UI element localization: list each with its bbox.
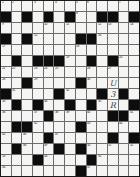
clue-number: 22 — [12, 67, 15, 69]
white-cell[interactable] — [65, 133, 75, 143]
white-cell[interactable] — [33, 144, 43, 154]
clue-number: 42 — [34, 122, 37, 124]
black-cell — [108, 111, 118, 121]
pencil-letter: U — [108, 79, 118, 88]
white-cell[interactable] — [119, 45, 129, 55]
white-cell[interactable] — [65, 78, 75, 88]
white-cell[interactable]: 41 — [129, 111, 139, 121]
clue-number: 56 — [2, 166, 5, 168]
white-cell[interactable]: 31 — [12, 89, 22, 99]
white-cell[interactable]: 24 — [44, 67, 54, 77]
clue-number: 37 — [34, 111, 37, 113]
clue-number: 38 — [55, 111, 58, 113]
white-cell[interactable] — [12, 78, 22, 88]
clue-number: 31 — [12, 89, 15, 91]
black-cell — [129, 12, 139, 22]
white-cell[interactable] — [129, 122, 139, 132]
crossword-puzzle: 1234567891011121314151617181920212223242… — [0, 0, 140, 177]
white-cell[interactable] — [54, 166, 64, 176]
white-cell[interactable]: 4 — [54, 1, 64, 11]
white-cell[interactable] — [22, 166, 32, 176]
clue-number: 23 — [34, 67, 37, 69]
clue-number: 20 — [119, 56, 122, 58]
clue-number: 32 — [66, 89, 69, 91]
white-cell[interactable] — [108, 155, 118, 165]
black-cell — [87, 100, 97, 110]
black-cell — [33, 155, 43, 165]
clue-number: 43 — [87, 122, 90, 124]
clue-number: 40 — [87, 111, 90, 113]
white-cell[interactable]: 25 — [54, 67, 64, 77]
white-cell[interactable] — [97, 78, 107, 88]
white-cell[interactable] — [76, 111, 86, 121]
clue-number: 7 — [119, 1, 121, 3]
white-cell[interactable] — [22, 89, 32, 99]
white-cell[interactable] — [33, 166, 43, 176]
white-cell[interactable]: 57 — [87, 166, 97, 176]
pencil-letter: 3 — [108, 90, 118, 99]
white-cell[interactable] — [33, 89, 43, 99]
white-cell[interactable]: 50 — [87, 144, 97, 154]
white-cell[interactable]: 1 — [1, 1, 11, 11]
white-cell[interactable]: 56 — [1, 166, 11, 176]
clue-number: 33 — [2, 100, 5, 102]
clue-number: 46 — [23, 133, 26, 135]
white-cell[interactable]: 12 — [97, 23, 107, 33]
clue-number: 13 — [108, 23, 111, 25]
black-cell — [22, 12, 32, 22]
white-cell[interactable]: 47 — [54, 133, 64, 143]
white-cell[interactable]: 32 — [65, 89, 75, 99]
white-cell[interactable] — [33, 12, 43, 22]
black-cell — [76, 122, 86, 132]
black-cell — [108, 12, 118, 22]
black-cell — [22, 122, 32, 132]
white-cell[interactable] — [54, 122, 64, 132]
white-cell[interactable]: 43 — [87, 122, 97, 132]
black-cell — [108, 133, 118, 143]
clue-number: 21 — [2, 67, 5, 69]
white-cell[interactable] — [108, 1, 118, 11]
clue-number: 49 — [44, 144, 47, 146]
clue-number: 50 — [87, 144, 90, 146]
white-cell[interactable] — [65, 34, 75, 44]
white-cell[interactable] — [44, 78, 54, 88]
white-cell[interactable] — [65, 45, 75, 55]
black-cell — [22, 34, 32, 44]
black-cell — [76, 144, 86, 154]
white-cell[interactable]: 3 — [33, 1, 43, 11]
clue-number: 26 — [87, 67, 90, 69]
white-cell[interactable]: 16 — [97, 34, 107, 44]
white-cell[interactable]: 42 — [33, 122, 43, 132]
white-cell[interactable] — [33, 23, 43, 33]
white-cell[interactable]: 53 — [1, 155, 11, 165]
white-cell[interactable]: 34 — [44, 100, 54, 110]
black-cell — [97, 89, 107, 99]
clue-number: 10 — [44, 23, 47, 25]
clue-number: 34 — [44, 100, 47, 102]
clue-number: 45 — [2, 133, 5, 135]
white-cell[interactable] — [76, 23, 86, 33]
clue-number: 35 — [98, 100, 101, 102]
white-cell[interactable] — [97, 122, 107, 132]
black-cell — [119, 89, 129, 99]
white-cell[interactable]: 15 — [33, 34, 43, 44]
white-cell[interactable] — [22, 155, 32, 165]
white-cell[interactable] — [44, 34, 54, 44]
white-cell[interactable] — [65, 122, 75, 132]
white-cell[interactable] — [119, 166, 129, 176]
clue-number: 18 — [76, 45, 79, 47]
white-cell[interactable] — [87, 133, 97, 143]
white-cell[interactable] — [97, 56, 107, 66]
white-cell[interactable] — [12, 23, 22, 33]
white-cell[interactable]: 23 — [33, 67, 43, 77]
white-cell[interactable] — [12, 45, 22, 55]
clue-number: 8 — [76, 12, 78, 14]
clue-number: 39 — [66, 111, 69, 113]
clue-number: 14 — [130, 23, 133, 25]
white-cell[interactable]: 36 — [1, 111, 11, 121]
clue-number: 6 — [87, 1, 89, 3]
black-cell — [54, 89, 64, 99]
black-cell — [54, 56, 64, 66]
clue-number: 41 — [130, 111, 133, 113]
clue-number: 5 — [76, 1, 78, 3]
clue-number: 3 — [34, 1, 36, 3]
black-cell — [44, 56, 54, 66]
black-cell — [12, 144, 22, 154]
white-cell[interactable] — [119, 133, 129, 143]
white-cell[interactable]: 29 — [33, 78, 43, 88]
black-cell — [119, 111, 129, 121]
white-cell[interactable] — [1, 144, 11, 154]
white-cell[interactable]: 37 — [33, 111, 43, 121]
white-cell[interactable] — [76, 155, 86, 165]
white-cell[interactable] — [76, 56, 86, 66]
white-cell[interactable] — [76, 100, 86, 110]
white-cell[interactable] — [65, 155, 75, 165]
white-cell[interactable] — [54, 100, 64, 110]
white-cell[interactable] — [129, 56, 139, 66]
white-cell[interactable]: 26 — [87, 67, 97, 77]
white-cell[interactable]: 48 — [22, 144, 32, 154]
white-cell[interactable] — [65, 144, 75, 154]
white-cell[interactable] — [54, 12, 64, 22]
white-cell[interactable] — [97, 133, 107, 143]
clue-number: 19 — [66, 56, 69, 58]
white-cell[interactable] — [119, 23, 129, 33]
clue-number: 47 — [55, 133, 58, 135]
clue-number: 48 — [23, 144, 26, 146]
black-cell — [44, 12, 54, 22]
black-cell — [44, 133, 54, 143]
black-cell — [1, 12, 11, 22]
white-cell[interactable] — [76, 133, 86, 143]
white-cell[interactable] — [119, 100, 129, 110]
white-cell[interactable] — [108, 122, 118, 132]
white-cell[interactable]: 3 — [108, 89, 118, 99]
white-cell[interactable] — [44, 166, 54, 176]
white-cell[interactable] — [65, 67, 75, 77]
clue-number: 17 — [2, 45, 5, 47]
clue-number: 57 — [87, 166, 90, 168]
white-cell[interactable] — [33, 133, 43, 143]
white-cell[interactable] — [87, 89, 97, 99]
white-cell[interactable]: 10 — [44, 23, 54, 33]
white-cell[interactable]: 11 — [65, 23, 75, 33]
white-cell[interactable]: 33 — [1, 100, 11, 110]
black-cell — [87, 155, 97, 165]
white-cell[interactable] — [97, 67, 107, 77]
white-cell[interactable] — [54, 34, 64, 44]
clue-number: 54 — [44, 155, 47, 157]
clue-number: 24 — [44, 67, 47, 69]
white-cell[interactable] — [22, 67, 32, 77]
clue-number: 55 — [98, 155, 101, 157]
clue-number: 25 — [55, 67, 58, 69]
black-cell — [33, 56, 43, 66]
white-cell[interactable] — [12, 166, 22, 176]
white-cell[interactable]: 14 — [129, 23, 139, 33]
clue-number: 16 — [98, 34, 101, 36]
clue-number: 2 — [12, 1, 14, 3]
white-cell[interactable] — [129, 67, 139, 77]
white-cell[interactable]: 13 — [108, 23, 118, 33]
white-cell[interactable]: 8 — [76, 12, 86, 22]
white-cell[interactable] — [65, 166, 75, 176]
clue-number: 15 — [34, 34, 37, 36]
white-cell[interactable] — [119, 12, 129, 22]
white-cell[interactable] — [129, 45, 139, 55]
black-cell — [76, 78, 86, 88]
white-cell[interactable] — [22, 45, 32, 55]
white-cell[interactable]: U — [108, 78, 118, 88]
white-cell[interactable] — [1, 56, 11, 66]
white-cell[interactable] — [129, 1, 139, 11]
black-cell — [87, 56, 97, 66]
black-cell — [65, 12, 75, 22]
clue-number: 28 — [2, 78, 5, 80]
white-cell[interactable]: 18 — [76, 45, 86, 55]
black-cell — [12, 100, 22, 110]
white-cell[interactable] — [44, 89, 54, 99]
white-cell[interactable]: 46 — [22, 133, 32, 143]
white-cell[interactable]: 44 — [119, 122, 129, 132]
clue-number: 1 — [2, 1, 4, 3]
white-cell[interactable]: 28 — [1, 78, 11, 88]
white-cell[interactable]: 35 — [97, 100, 107, 110]
white-cell[interactable]: 19 — [65, 56, 75, 66]
white-cell[interactable] — [97, 1, 107, 11]
white-cell[interactable] — [129, 155, 139, 165]
white-cell[interactable] — [97, 45, 107, 55]
white-cell[interactable] — [22, 100, 32, 110]
black-cell — [33, 100, 43, 110]
clue-number: 52 — [130, 144, 133, 146]
white-cell[interactable] — [76, 89, 86, 99]
clue-number: 9 — [2, 23, 4, 25]
white-cell[interactable] — [54, 45, 64, 55]
crossword-grid: 1234567891011121314151617181920212223242… — [0, 0, 140, 177]
white-cell[interactable]: 6 — [87, 1, 97, 11]
black-cell — [129, 100, 139, 110]
clue-number: 36 — [2, 111, 5, 113]
white-cell[interactable] — [54, 23, 64, 33]
white-cell[interactable]: 2 — [12, 1, 22, 11]
white-cell[interactable] — [12, 133, 22, 143]
white-cell[interactable] — [97, 111, 107, 121]
white-cell[interactable]: 51 — [108, 144, 118, 154]
white-cell[interactable] — [119, 144, 129, 154]
clue-number: 12 — [98, 23, 101, 25]
white-cell[interactable] — [87, 12, 97, 22]
clue-number: 11 — [66, 23, 69, 25]
white-cell[interactable] — [119, 155, 129, 165]
white-cell[interactable]: 45 — [1, 133, 11, 143]
white-cell[interactable]: 39 — [65, 111, 75, 121]
white-cell[interactable]: 49 — [44, 144, 54, 154]
white-cell[interactable] — [108, 34, 118, 44]
black-cell — [108, 56, 118, 66]
white-cell[interactable]: 54 — [44, 155, 54, 165]
black-cell — [44, 111, 54, 121]
white-cell[interactable] — [44, 122, 54, 132]
white-cell[interactable] — [129, 78, 139, 88]
white-cell[interactable] — [119, 34, 129, 44]
black-cell — [65, 100, 75, 110]
white-cell[interactable]: 7 — [119, 1, 129, 11]
black-cell — [22, 78, 32, 88]
white-cell[interactable]: 30 — [87, 78, 97, 88]
white-cell[interactable] — [22, 56, 32, 66]
black-cell — [87, 34, 97, 44]
white-cell[interactable] — [44, 1, 54, 11]
black-cell — [97, 12, 107, 22]
white-cell[interactable] — [129, 89, 139, 99]
white-cell[interactable] — [54, 78, 64, 88]
white-cell[interactable] — [87, 45, 97, 55]
clue-number: 4 — [55, 1, 57, 3]
black-cell — [12, 56, 22, 66]
clue-number: 30 — [87, 78, 90, 80]
white-cell[interactable] — [119, 78, 129, 88]
white-cell[interactable] — [87, 23, 97, 33]
white-cell[interactable]: 55 — [97, 155, 107, 165]
white-cell[interactable] — [76, 67, 86, 77]
white-cell[interactable] — [12, 34, 22, 44]
clue-number: 51 — [108, 144, 111, 146]
black-cell — [76, 34, 86, 44]
white-cell[interactable] — [44, 45, 54, 55]
white-cell[interactable]: 17 — [1, 45, 11, 55]
white-cell[interactable] — [22, 111, 32, 121]
white-cell[interactable] — [97, 166, 107, 176]
white-cell[interactable] — [12, 111, 22, 121]
white-cell[interactable] — [108, 45, 118, 55]
pencil-letter: R — [108, 101, 118, 110]
white-cell[interactable] — [129, 166, 139, 176]
white-cell[interactable] — [33, 45, 43, 55]
black-cell — [1, 34, 11, 44]
white-cell[interactable] — [129, 34, 139, 44]
white-cell[interactable] — [12, 155, 22, 165]
white-cell[interactable] — [65, 1, 75, 11]
black-cell — [1, 89, 11, 99]
white-cell[interactable] — [22, 1, 32, 11]
clue-number: 27 — [108, 67, 111, 69]
black-cell — [12, 122, 22, 132]
white-cell[interactable]: 21 — [1, 67, 11, 77]
white-cell[interactable] — [119, 67, 129, 77]
white-cell[interactable]: 20 — [119, 56, 129, 66]
white-cell[interactable] — [108, 166, 118, 176]
clue-number: 44 — [119, 122, 122, 124]
white-cell[interactable]: 27 — [108, 67, 118, 77]
clue-number: 29 — [34, 78, 37, 80]
clue-number: 53 — [2, 155, 5, 157]
black-cell — [129, 133, 139, 143]
black-cell — [54, 144, 64, 154]
black-cell — [76, 166, 86, 176]
white-cell[interactable]: 52 — [129, 144, 139, 154]
white-cell[interactable]: 40 — [87, 111, 97, 121]
white-cell[interactable]: R — [108, 100, 118, 110]
white-cell[interactable] — [1, 122, 11, 132]
white-cell[interactable]: 9 — [1, 23, 11, 33]
white-cell[interactable] — [12, 12, 22, 22]
white-cell[interactable]: 22 — [12, 67, 22, 77]
white-cell[interactable] — [54, 155, 64, 165]
white-cell[interactable] — [97, 144, 107, 154]
white-cell[interactable]: 38 — [54, 111, 64, 121]
white-cell[interactable]: 5 — [76, 1, 86, 11]
white-cell[interactable] — [22, 23, 32, 33]
